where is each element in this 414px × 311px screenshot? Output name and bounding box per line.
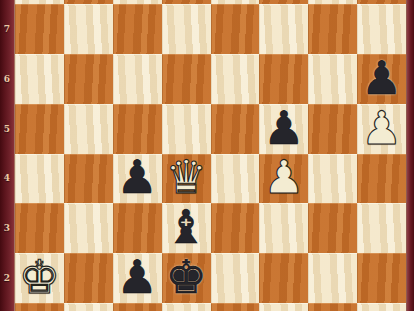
square-b5 — [64, 104, 113, 154]
square-e7 — [211, 4, 260, 54]
square-g4 — [308, 154, 357, 204]
square-f7 — [259, 4, 308, 54]
square-g7 — [308, 4, 357, 54]
square-a4 — [15, 154, 64, 204]
square-b7 — [64, 4, 113, 54]
square-e4 — [211, 154, 260, 204]
white-queen-d4: ♛ — [165, 154, 206, 200]
square-d5 — [162, 104, 211, 154]
square-d4: ♛ — [162, 154, 211, 204]
square-f1 — [259, 303, 308, 311]
square-b6 — [64, 54, 113, 104]
black-bishop-d3: ♝ — [165, 204, 206, 250]
square-a2: ♚ — [15, 253, 64, 303]
square-h3 — [357, 203, 406, 253]
square-b1 — [64, 303, 113, 311]
square-d2: ♚ — [162, 253, 211, 303]
square-f2 — [259, 253, 308, 303]
square-a3 — [15, 203, 64, 253]
white-pawn-f4: ♟ — [263, 154, 304, 200]
rank-label-2: 2 — [0, 273, 14, 283]
square-h5: ♟ — [357, 104, 406, 154]
square-e6 — [211, 54, 260, 104]
square-g6 — [308, 54, 357, 104]
square-h6: ♟ — [357, 54, 406, 104]
square-h4 — [357, 154, 406, 204]
square-f4: ♟ — [259, 154, 308, 204]
square-c7 — [113, 4, 162, 54]
white-pawn-h5: ♟ — [361, 105, 402, 151]
square-f6 — [259, 54, 308, 104]
square-f5: ♟ — [259, 104, 308, 154]
square-e5 — [211, 104, 260, 154]
square-g2 — [308, 253, 357, 303]
square-h7 — [357, 4, 406, 54]
square-d6 — [162, 54, 211, 104]
square-a7 — [15, 4, 64, 54]
square-e1 — [211, 303, 260, 311]
square-c6 — [113, 54, 162, 104]
board: ♟♟♟♟♛♟♝♚♟♚ — [15, 0, 406, 311]
square-b3 — [64, 203, 113, 253]
square-d1 — [162, 303, 211, 311]
square-e3 — [211, 203, 260, 253]
square-d7 — [162, 4, 211, 54]
rank-label-4: 4 — [0, 173, 14, 183]
chess-diagram: ♟♟♟♟♛♟♝♚♟♚ 765432 — [0, 0, 414, 311]
black-pawn-c4: ♟ — [117, 154, 158, 200]
black-pawn-f5: ♟ — [263, 105, 304, 151]
square-a6 — [15, 54, 64, 104]
square-a1 — [15, 303, 64, 311]
rank-label-5: 5 — [0, 124, 14, 134]
square-g3 — [308, 203, 357, 253]
square-e2 — [211, 253, 260, 303]
black-pawn-h6: ♟ — [361, 55, 402, 101]
square-b2 — [64, 253, 113, 303]
square-h1 — [357, 303, 406, 311]
board-frame-right — [406, 0, 414, 311]
rank-label-3: 3 — [0, 223, 14, 233]
black-king-d2: ♚ — [165, 254, 206, 300]
board-frame-left — [0, 0, 15, 311]
white-king-a2: ♚ — [19, 254, 60, 300]
rank-label-6: 6 — [0, 74, 14, 84]
square-c5 — [113, 104, 162, 154]
square-f3 — [259, 203, 308, 253]
square-c2: ♟ — [113, 253, 162, 303]
square-a5 — [15, 104, 64, 154]
square-g5 — [308, 104, 357, 154]
rank-label-7: 7 — [0, 24, 14, 34]
square-h2 — [357, 253, 406, 303]
square-d3: ♝ — [162, 203, 211, 253]
square-c1 — [113, 303, 162, 311]
square-b4 — [64, 154, 113, 204]
square-c3 — [113, 203, 162, 253]
black-pawn-c2: ♟ — [117, 254, 158, 300]
square-c4: ♟ — [113, 154, 162, 204]
square-g1 — [308, 303, 357, 311]
